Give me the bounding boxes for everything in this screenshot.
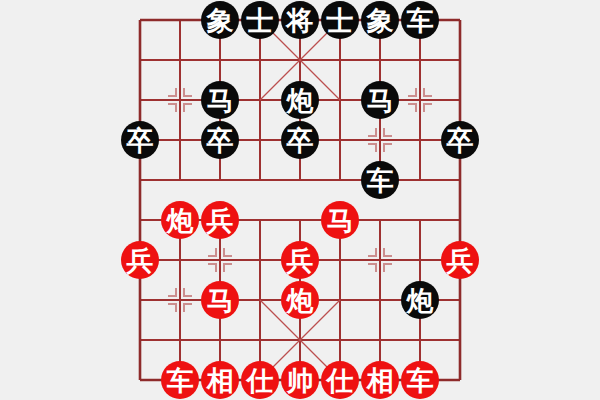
piece-black-advisor[interactable]: 士 [321,1,359,39]
piece-red-elephant[interactable]: 相 [361,361,399,399]
piece-red-cannon[interactable]: 炮 [281,281,319,319]
piece-black-elephant[interactable]: 象 [201,1,239,39]
piece-black-soldier[interactable]: 卒 [281,121,319,159]
piece-black-soldier[interactable]: 卒 [121,121,159,159]
piece-black-cannon[interactable]: 炮 [401,281,439,319]
piece-red-chariot[interactable]: 车 [161,361,199,399]
piece-red-cannon[interactable]: 炮 [161,201,199,239]
piece-black-general[interactable]: 将 [281,1,319,39]
piece-black-soldier[interactable]: 卒 [441,121,479,159]
piece-red-horse[interactable]: 马 [321,201,359,239]
piece-red-general[interactable]: 帅 [281,361,319,399]
piece-black-elephant[interactable]: 象 [361,1,399,39]
piece-black-chariot[interactable]: 车 [401,1,439,39]
piece-red-soldier[interactable]: 兵 [281,241,319,279]
piece-black-chariot[interactable]: 车 [361,161,399,199]
piece-red-soldier[interactable]: 兵 [201,201,239,239]
piece-red-chariot[interactable]: 车 [401,361,439,399]
xiangqi-board: 象士将士象车马炮马卒卒卒卒车炮兵马兵兵兵马炮炮车相仕帅仕相车 [0,0,600,400]
piece-black-horse[interactable]: 马 [361,81,399,119]
piece-red-soldier[interactable]: 兵 [441,241,479,279]
piece-black-soldier[interactable]: 卒 [201,121,239,159]
piece-black-horse[interactable]: 马 [201,81,239,119]
piece-red-horse[interactable]: 马 [201,281,239,319]
piece-black-advisor[interactable]: 士 [241,1,279,39]
piece-red-advisor[interactable]: 仕 [321,361,359,399]
piece-red-elephant[interactable]: 相 [201,361,239,399]
piece-red-soldier[interactable]: 兵 [121,241,159,279]
piece-black-cannon[interactable]: 炮 [281,81,319,119]
pieces-layer: 象士将士象车马炮马卒卒卒卒车炮兵马兵兵兵马炮炮车相仕帅仕相车 [0,0,600,400]
piece-red-advisor[interactable]: 仕 [241,361,279,399]
